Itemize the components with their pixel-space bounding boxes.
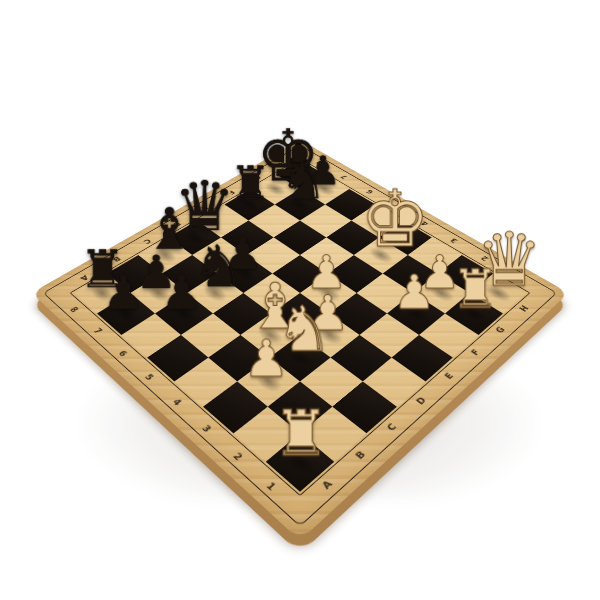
rank-label-bottom-8: 8 [65, 303, 83, 316]
file-label-right-A: A [316, 475, 339, 495]
piece-white-rook-g1[interactable]: ♜ [451, 264, 492, 315]
rank-label-bottom-4: 4 [167, 394, 188, 411]
chess-board-grid: ♟♟♛♚♞♚♟♜♜♟♟♛♟♟♝♞♝♞♟♟♟♜♟♜ [74, 160, 527, 492]
square-d1[interactable] [363, 358, 426, 407]
piece-black-knight-g7[interactable]: ♞ [280, 157, 316, 206]
file-label-right-F: F [466, 345, 486, 360]
file-label-right-B: B [349, 446, 371, 465]
piece-black-pawn-b6[interactable]: ♟ [161, 270, 202, 315]
piece-white-rook-a1[interactable]: ♜ [273, 404, 322, 464]
rank-label-bottom-5: 5 [139, 369, 159, 385]
file-label-right-D: D [411, 393, 432, 410]
piece-white-pawn-b3[interactable]: ♟ [244, 335, 288, 384]
file-label-right-C: C [381, 418, 402, 436]
rank-label-bottom-6: 6 [113, 346, 133, 361]
square-a4[interactable] [174, 358, 237, 407]
piece-black-pawn-a7[interactable]: ♟ [103, 270, 144, 315]
square-a1[interactable]: ♜ [266, 433, 334, 491]
product-photo-scene: ♟♟♛♚♞♚♟♜♜♟♟♛♟♟♝♞♝♞♟♟♟♜♟♜ AABBCCDDEEFFGGH… [0, 0, 600, 600]
file-label-right-H: H [515, 302, 533, 315]
rank-label-bottom-2: 2 [227, 447, 249, 466]
file-label-right-G: G [491, 323, 510, 337]
rank-label-bottom-7: 7 [88, 324, 107, 338]
square-a7[interactable]: ♟ [97, 293, 155, 335]
piece-white-king-g4[interactable]: ♚ [360, 182, 398, 256]
rank-label-bottom-3: 3 [196, 420, 217, 438]
piece-white-pawn-f2[interactable]: ♟ [393, 270, 434, 315]
rank-label-bottom-1: 1 [260, 476, 283, 496]
board-top: ♟♟♛♚♞♚♟♜♜♟♟♛♟♟♝♞♝♞♟♟♟♜♟♜ AABBCCDDEEFFGGH… [31, 140, 568, 541]
file-label-right-E: E [439, 368, 459, 384]
scene-3d: ♟♟♛♚♞♚♟♜♜♟♟♛♟♟♝♞♝♞♟♟♟♜♟♜ AABBCCDDEEFFGGH… [0, 0, 600, 600]
chess-board: ♟♟♛♚♞♚♟♜♜♟♟♛♟♟♝♞♝♞♟♟♟♜♟♜ AABBCCDDEEFFGGH… [31, 140, 568, 541]
